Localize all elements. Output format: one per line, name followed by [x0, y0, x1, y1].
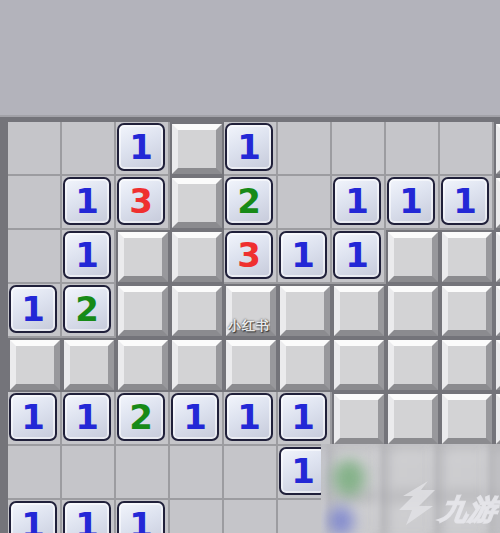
cell-r0c0[interactable]: [8, 122, 62, 176]
cell-r1c3[interactable]: [170, 176, 224, 230]
cell-r4c5[interactable]: [278, 338, 332, 392]
cell-r6c3[interactable]: [170, 446, 224, 500]
cell-r4c4[interactable]: [224, 338, 278, 392]
covered-tile: [118, 286, 168, 336]
covered-tile: [226, 286, 276, 336]
cell-r3c6[interactable]: [332, 284, 386, 338]
covered-tile: [118, 340, 168, 390]
cell-r5c7[interactable]: [386, 392, 440, 446]
cell-r2c7[interactable]: [386, 230, 440, 284]
cell-r7c3[interactable]: [170, 500, 224, 533]
cell-r0c2[interactable]: 1: [116, 122, 170, 176]
number-tile-1: 1: [63, 501, 111, 533]
number-tile-1: 1: [117, 501, 165, 533]
cell-r2c1[interactable]: 1: [62, 230, 116, 284]
number-tile-1: 1: [117, 123, 165, 171]
cell-r4c3[interactable]: [170, 338, 224, 392]
covered-tile: [226, 340, 276, 390]
cell-r4c9[interactable]: [494, 338, 500, 392]
cell-r1c2[interactable]: 3: [116, 176, 170, 230]
covered-tile: [334, 340, 384, 390]
cell-r3c5[interactable]: [278, 284, 332, 338]
cell-r2c5[interactable]: 1: [278, 230, 332, 284]
cell-r5c6[interactable]: [332, 392, 386, 446]
cell-r1c0[interactable]: [8, 176, 62, 230]
cell-r4c1[interactable]: [62, 338, 116, 392]
covered-tile: [172, 232, 222, 282]
covered-tile: [10, 340, 60, 390]
cell-r3c2[interactable]: [116, 284, 170, 338]
cell-r3c8[interactable]: [440, 284, 494, 338]
covered-tile: [64, 340, 114, 390]
cell-r2c0[interactable]: [8, 230, 62, 284]
cell-r3c7[interactable]: [386, 284, 440, 338]
covered-tile: [334, 286, 384, 336]
number-tile-1: 1: [333, 177, 381, 225]
cell-r6c4[interactable]: [224, 446, 278, 500]
cell-r0c8[interactable]: [440, 122, 494, 176]
number-tile-3: 3: [225, 231, 273, 279]
cell-r2c8[interactable]: [440, 230, 494, 284]
covered-tile: [496, 286, 500, 336]
cell-r5c4[interactable]: 1: [224, 392, 278, 446]
covered-tile: [442, 340, 492, 390]
number-tile-2: 2: [225, 177, 273, 225]
cell-r1c7[interactable]: 1: [386, 176, 440, 230]
cell-r5c1[interactable]: 1: [62, 392, 116, 446]
covered-tile: [280, 286, 330, 336]
covered-tile: [442, 286, 492, 336]
cell-r0c4[interactable]: 1: [224, 122, 278, 176]
cell-r3c0[interactable]: 1: [8, 284, 62, 338]
cell-r4c8[interactable]: [440, 338, 494, 392]
number-tile-1: 1: [63, 231, 111, 279]
covered-tile: [172, 178, 222, 228]
covered-tile: [496, 394, 500, 444]
number-tile-1: 1: [441, 177, 489, 225]
cell-r0c9[interactable]: [494, 122, 500, 176]
cell-r7c4[interactable]: [224, 500, 278, 533]
blurred-green-number-hint: [333, 460, 365, 496]
covered-tile: [280, 340, 330, 390]
cell-r6c1[interactable]: [62, 446, 116, 500]
cell-r5c8[interactable]: [440, 392, 494, 446]
covered-tile: [496, 340, 500, 390]
covered-tile: [496, 124, 500, 174]
covered-tile: [388, 286, 438, 336]
cell-r2c3[interactable]: [170, 230, 224, 284]
number-tile-3: 3: [117, 177, 165, 225]
cell-r1c9[interactable]: [494, 176, 500, 230]
cell-r0c3[interactable]: [170, 122, 224, 176]
covered-tile: [442, 232, 492, 282]
cell-r5c3[interactable]: 1: [170, 392, 224, 446]
number-tile-1: 1: [387, 177, 435, 225]
covered-tile: [172, 124, 222, 174]
number-tile-1: 1: [9, 393, 57, 441]
letterbox-top: [0, 0, 500, 117]
number-tile-1: 1: [333, 231, 381, 279]
cell-r6c0[interactable]: [8, 446, 62, 500]
covered-tile: [496, 232, 500, 282]
number-tile-1: 1: [9, 501, 57, 533]
covered-tile: [172, 286, 222, 336]
cell-r4c0[interactable]: [8, 338, 62, 392]
cell-r2c9[interactable]: [494, 230, 500, 284]
number-tile-1: 1: [279, 231, 327, 279]
covered-tile: [496, 178, 500, 228]
cell-r3c4[interactable]: [224, 284, 278, 338]
number-tile-1: 1: [279, 447, 327, 495]
number-tile-2: 2: [117, 393, 165, 441]
number-tile-1: 1: [9, 285, 57, 333]
cell-r1c6[interactable]: 1: [332, 176, 386, 230]
cell-r5c2[interactable]: 2: [116, 392, 170, 446]
covered-tile: [172, 340, 222, 390]
number-tile-1: 1: [225, 123, 273, 171]
cell-r3c3[interactable]: [170, 284, 224, 338]
number-tile-1: 1: [279, 393, 327, 441]
cell-r6c2[interactable]: [116, 446, 170, 500]
number-tile-1: 1: [63, 393, 111, 441]
blur-watermark-overlay: [321, 444, 500, 533]
number-tile-1: 1: [225, 393, 273, 441]
covered-tile: [334, 394, 384, 444]
cell-r7c0[interactable]: 1: [8, 500, 62, 533]
cell-r4c6[interactable]: [332, 338, 386, 392]
cell-r7c1[interactable]: 1: [62, 500, 116, 533]
cell-r7c2[interactable]: 1: [116, 500, 170, 533]
cell-r1c1[interactable]: 1: [62, 176, 116, 230]
number-tile-2: 2: [63, 285, 111, 333]
covered-tile: [388, 394, 438, 444]
covered-tile: [442, 394, 492, 444]
blurred-blue-number-hint: [328, 506, 354, 533]
cell-r2c4[interactable]: 3: [224, 230, 278, 284]
cell-r5c9[interactable]: [494, 392, 500, 446]
cell-r0c7[interactable]: [386, 122, 440, 176]
cell-r5c5[interactable]: 1: [278, 392, 332, 446]
cell-r5c0[interactable]: 1: [8, 392, 62, 446]
cell-r1c4[interactable]: 2: [224, 176, 278, 230]
cell-r2c2[interactable]: [116, 230, 170, 284]
cell-r4c2[interactable]: [116, 338, 170, 392]
cell-r3c9[interactable]: [494, 284, 500, 338]
cell-r2c6[interactable]: 1: [332, 230, 386, 284]
cell-r1c8[interactable]: 1: [440, 176, 494, 230]
cell-r0c5[interactable]: [278, 122, 332, 176]
covered-tile: [118, 232, 168, 282]
number-tile-1: 1: [171, 393, 219, 441]
cell-r4c7[interactable]: [386, 338, 440, 392]
cell-r3c1[interactable]: 2: [62, 284, 116, 338]
cell-r1c5[interactable]: [278, 176, 332, 230]
minesweeper-screenshot: 111321111311121121111111 小红书 九游: [0, 0, 500, 533]
covered-tile: [388, 340, 438, 390]
number-tile-1: 1: [63, 177, 111, 225]
cell-r0c6[interactable]: [332, 122, 386, 176]
covered-tile: [388, 232, 438, 282]
cell-r0c1[interactable]: [62, 122, 116, 176]
